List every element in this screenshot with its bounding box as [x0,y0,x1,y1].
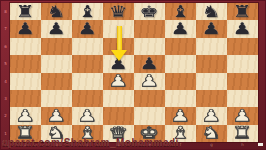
rank-label-1: 1 [2,132,9,136]
square-e8[interactable]: ♚ [134,3,165,20]
square-g5[interactable] [196,55,227,72]
square-b3[interactable] [41,90,72,107]
square-c4[interactable] [72,73,103,90]
black-pawn-icon[interactable]: ♟ [78,21,97,37]
square-f7[interactable]: ♟ [165,20,196,37]
white-pawn-icon[interactable]: ♟ [78,108,97,124]
square-g2[interactable]: ♟ [196,107,227,124]
watermark-text: aparat.com/Shahram_Mohammadi [2,137,179,148]
square-g8[interactable]: ♞ [196,3,227,20]
square-d8[interactable]: ♛ [103,3,134,20]
chess-board: ♜♞♝♛♚♝♞♜♟♟♟♟♟♟♟♟♟♟♟♟♟♟♟♟♜♞♝♛♚♝♞♜ [10,3,258,142]
square-e3[interactable] [134,90,165,107]
black-pawn-icon[interactable]: ♟ [140,56,159,72]
white-pawn-icon[interactable]: ♟ [171,108,190,124]
white-rook-icon[interactable]: ♜ [233,125,252,141]
square-b8[interactable]: ♞ [41,3,72,20]
square-e2[interactable] [134,107,165,124]
square-h6[interactable] [227,38,258,55]
square-b4[interactable] [41,73,72,90]
square-h4[interactable] [227,73,258,90]
square-f8[interactable]: ♝ [165,3,196,20]
square-h3[interactable] [227,90,258,107]
black-rook-icon[interactable]: ♜ [233,4,252,20]
square-d4[interactable]: ♟ [103,73,134,90]
rank-label-6: 6 [2,45,9,49]
square-h5[interactable] [227,55,258,72]
square-b7[interactable]: ♟ [41,20,72,37]
rank-label-3: 3 [2,97,9,101]
rank-label-8: 8 [2,10,9,14]
square-b2[interactable]: ♟ [41,107,72,124]
square-e4[interactable]: ♟ [134,73,165,90]
black-bishop-icon[interactable]: ♝ [171,4,190,20]
square-f4[interactable] [165,73,196,90]
corner-dash [258,143,263,146]
square-c6[interactable] [72,38,103,55]
square-c5[interactable] [72,55,103,72]
square-e7[interactable] [134,20,165,37]
square-a4[interactable] [10,73,41,90]
square-a5[interactable] [10,55,41,72]
black-pawn-icon[interactable]: ♟ [233,21,252,37]
square-g4[interactable] [196,73,227,90]
white-pawn-icon[interactable]: ♟ [16,108,35,124]
black-queen-icon[interactable]: ♛ [109,4,128,20]
file-label-g: g [196,143,227,147]
chess-board-frame: ♜♞♝♛♚♝♞♜♟♟♟♟♟♟♟♟♟♟♟♟♟♟♟♟♜♞♝♛♚♝♞♜ 8765432… [0,0,266,150]
rank-label-7: 7 [2,27,9,31]
square-f3[interactable] [165,90,196,107]
square-c7[interactable]: ♟ [72,20,103,37]
square-a7[interactable]: ♟ [10,20,41,37]
square-a6[interactable] [10,38,41,55]
black-rook-icon[interactable]: ♜ [16,4,35,20]
black-pawn-icon[interactable]: ♟ [171,21,190,37]
white-pawn-icon[interactable]: ♟ [202,108,221,124]
square-c8[interactable]: ♝ [72,3,103,20]
rank-label-2: 2 [2,114,9,118]
rank-label-4: 4 [2,80,9,84]
square-g3[interactable] [196,90,227,107]
square-h1[interactable]: ♜ [227,125,258,142]
black-pawn-icon[interactable]: ♟ [47,21,66,37]
square-c2[interactable]: ♟ [72,107,103,124]
square-g1[interactable]: ♞ [196,125,227,142]
move-arrow-shaft [117,26,122,52]
black-pawn-icon[interactable]: ♟ [202,21,221,37]
black-king-icon[interactable]: ♚ [140,4,159,20]
square-f5[interactable] [165,55,196,72]
square-f6[interactable] [165,38,196,55]
black-knight-icon[interactable]: ♞ [47,4,66,20]
white-pawn-icon[interactable]: ♟ [233,108,252,124]
square-d2[interactable] [103,107,134,124]
square-g7[interactable]: ♟ [196,20,227,37]
square-e5[interactable]: ♟ [134,55,165,72]
square-d3[interactable] [103,90,134,107]
black-knight-icon[interactable]: ♞ [202,4,221,20]
white-knight-icon[interactable]: ♞ [202,125,221,141]
square-b6[interactable] [41,38,72,55]
square-h8[interactable]: ♜ [227,3,258,20]
white-pawn-icon[interactable]: ♟ [109,73,128,89]
square-a2[interactable]: ♟ [10,107,41,124]
square-c3[interactable] [72,90,103,107]
square-b5[interactable] [41,55,72,72]
square-h7[interactable]: ♟ [227,20,258,37]
move-arrow-icon [111,50,127,61]
square-h2[interactable]: ♟ [227,107,258,124]
file-label-h: h [227,143,258,147]
black-bishop-icon[interactable]: ♝ [78,4,97,20]
square-e6[interactable] [134,38,165,55]
white-pawn-icon[interactable]: ♟ [140,73,159,89]
square-f2[interactable]: ♟ [165,107,196,124]
black-pawn-icon[interactable]: ♟ [16,21,35,37]
square-g6[interactable] [196,38,227,55]
rank-label-5: 5 [2,62,9,66]
square-a3[interactable] [10,90,41,107]
square-a8[interactable]: ♜ [10,3,41,20]
white-pawn-icon[interactable]: ♟ [47,108,66,124]
